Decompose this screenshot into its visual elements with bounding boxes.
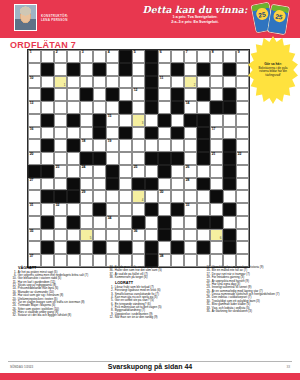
black-cell xyxy=(145,76,158,89)
grid-cell[interactable] xyxy=(223,114,236,127)
black-cell xyxy=(132,216,145,229)
grid-cell[interactable] xyxy=(28,114,41,127)
grid-cell[interactable] xyxy=(210,139,223,152)
grid-cell[interactable] xyxy=(197,76,210,89)
grid-cell[interactable] xyxy=(210,88,223,101)
grid-cell[interactable] xyxy=(80,178,93,191)
grid-cell[interactable] xyxy=(41,50,54,63)
grid-cell[interactable] xyxy=(28,139,41,152)
grid-cell[interactable] xyxy=(223,76,236,89)
grid-cell[interactable]: 33 xyxy=(184,203,197,216)
grid-cell[interactable] xyxy=(210,178,223,191)
grid-cell[interactable] xyxy=(41,76,54,89)
black-cell xyxy=(106,88,119,101)
grid-cell[interactable]: 35 xyxy=(28,229,41,242)
grid-cell[interactable]: 34 xyxy=(106,216,119,229)
grid-cell[interactable] xyxy=(236,229,249,242)
black-cell xyxy=(119,50,132,63)
grid-cell[interactable] xyxy=(93,216,106,229)
grid-cell[interactable]: 15 xyxy=(106,114,119,127)
grid-cell[interactable] xyxy=(171,254,184,267)
grid-cell[interactable] xyxy=(184,229,197,242)
grid-cell[interactable]: 23 xyxy=(54,165,67,178)
ticket-value-badge: 25 xyxy=(272,9,286,23)
grid-cell[interactable] xyxy=(67,88,80,101)
clue-number-label: 27 xyxy=(30,179,34,183)
black-cell xyxy=(145,88,158,101)
grid-cell[interactable] xyxy=(54,178,67,191)
grid-cell[interactable] xyxy=(67,50,80,63)
grid-cell[interactable] xyxy=(145,190,158,203)
grid-cell[interactable] xyxy=(54,152,67,165)
grid-cell[interactable] xyxy=(171,114,184,127)
grid-cell[interactable]: 22 xyxy=(236,152,249,165)
answer-coupon-note: Svarskupong på sidan 44 xyxy=(0,363,300,370)
grid-cell[interactable] xyxy=(210,76,223,89)
black-cell xyxy=(93,63,106,76)
grid-cell[interactable]: 8 xyxy=(210,50,223,63)
grid-cell[interactable] xyxy=(158,178,171,191)
grid-cell[interactable] xyxy=(197,229,210,242)
grid-cell[interactable] xyxy=(145,114,158,127)
grid-cell[interactable] xyxy=(54,127,67,140)
black-cell xyxy=(80,152,93,165)
black-cell xyxy=(106,178,119,191)
grid-cell[interactable] xyxy=(171,139,184,152)
grid-cell[interactable] xyxy=(54,254,67,267)
grid-cell[interactable]: 2 xyxy=(54,50,67,63)
grid-cell[interactable] xyxy=(171,50,184,63)
grid-cell[interactable] xyxy=(197,203,210,216)
grid-cell[interactable] xyxy=(28,216,41,229)
black-cell xyxy=(223,152,236,165)
grid-cell[interactable]: 31 xyxy=(28,203,41,216)
grid-cell[interactable]: 9 xyxy=(236,50,249,63)
grid-cell[interactable] xyxy=(54,139,67,152)
grid-cell[interactable] xyxy=(132,101,145,114)
grid-cell[interactable] xyxy=(67,101,80,114)
grid-cell[interactable] xyxy=(28,63,41,76)
grid-cell[interactable] xyxy=(132,152,145,165)
black-cell xyxy=(158,165,171,178)
grid-cell[interactable] xyxy=(197,165,210,178)
grid-cell[interactable] xyxy=(67,165,80,178)
grid-cell[interactable] xyxy=(41,229,54,242)
grid-cell[interactable] xyxy=(184,152,197,165)
clue-column-3: 14.Utvecklingsfas i människans historia … xyxy=(204,266,297,320)
grid-cell[interactable] xyxy=(41,127,54,140)
grid-cell[interactable] xyxy=(28,88,41,101)
grid-cell[interactable] xyxy=(119,203,132,216)
clue-number-label: 7 xyxy=(186,51,188,55)
grid-cell[interactable] xyxy=(171,76,184,89)
grid-cell[interactable] xyxy=(145,139,158,152)
black-cell xyxy=(28,165,41,178)
clue-number-label: 28 xyxy=(186,179,190,183)
yellow-competition-cell[interactable]: 1 xyxy=(54,76,67,89)
grid-cell[interactable] xyxy=(236,216,249,229)
grid-cell[interactable] xyxy=(171,216,184,229)
clue-number-label: 3 xyxy=(82,51,84,55)
grid-cell[interactable]: 38 xyxy=(158,254,171,267)
grid-cell[interactable] xyxy=(67,127,80,140)
grid-cell[interactable] xyxy=(158,127,171,140)
black-cell xyxy=(145,178,158,191)
yellow-competition-cell[interactable]: 4 xyxy=(132,190,145,203)
clue-number-label: 20 xyxy=(30,153,34,157)
grid-cell[interactable] xyxy=(80,216,93,229)
grid-cell[interactable] xyxy=(119,76,132,89)
competition-order-digit: 6 xyxy=(220,237,222,240)
clue-number: 12. xyxy=(107,316,114,319)
black-cell xyxy=(171,152,184,165)
black-cell xyxy=(119,241,132,254)
prize-text-block: Detta kan du vinna: 1:a pris: Två Sverig… xyxy=(140,5,250,24)
grid-cell[interactable] xyxy=(158,101,171,114)
grid-cell[interactable] xyxy=(236,241,249,254)
grid-cell[interactable] xyxy=(80,101,93,114)
black-cell xyxy=(197,139,210,152)
grid-cell[interactable] xyxy=(80,63,93,76)
grid-cell[interactable] xyxy=(236,114,249,127)
grid-cell[interactable] xyxy=(106,127,119,140)
grid-cell[interactable]: 16 xyxy=(28,127,41,140)
grid-cell[interactable] xyxy=(236,88,249,101)
grid-cell[interactable] xyxy=(80,76,93,89)
black-cell xyxy=(158,114,171,127)
grid-cell[interactable] xyxy=(93,50,106,63)
grid-cell[interactable] xyxy=(119,139,132,152)
grid-cell[interactable] xyxy=(119,152,132,165)
yellow-competition-cell[interactable]: 2 xyxy=(184,76,197,89)
clue-number-label: 1 xyxy=(30,51,32,55)
constructor-caption: KONSTRUKTÖR: LENA PERSSON xyxy=(41,15,68,23)
grid-cell[interactable] xyxy=(236,63,249,76)
clue-column-1: VÅGRÄTT1.Är het på gräten minst sagt (5)… xyxy=(10,266,103,320)
grid-cell[interactable] xyxy=(184,190,197,203)
grid-cell[interactable] xyxy=(132,63,145,76)
grid-cell[interactable]: 30 xyxy=(158,190,171,203)
grid-cell[interactable] xyxy=(145,216,158,229)
grid-cell[interactable]: 29 xyxy=(80,190,93,203)
grid-cell[interactable] xyxy=(223,50,236,63)
grid-cell[interactable] xyxy=(41,101,54,114)
black-cell xyxy=(223,229,236,242)
grid-cell[interactable] xyxy=(197,101,210,114)
clue-number-label: 35 xyxy=(30,230,34,234)
black-cell xyxy=(41,190,54,203)
bottom-red-bar xyxy=(0,373,300,380)
grid-cell[interactable] xyxy=(119,88,132,101)
grid-cell[interactable] xyxy=(236,76,249,89)
clue-number-label: 34 xyxy=(108,217,112,221)
grid-cell[interactable] xyxy=(236,190,249,203)
grid-cell[interactable] xyxy=(145,165,158,178)
black-cell xyxy=(210,190,223,203)
grid-cell[interactable] xyxy=(184,63,197,76)
grid-cell[interactable] xyxy=(93,165,106,178)
clue-number-label: 12 xyxy=(134,89,138,93)
black-cell xyxy=(171,101,184,114)
grid-cell[interactable] xyxy=(41,203,54,216)
grid-cell[interactable] xyxy=(158,139,171,152)
grid-cell[interactable]: 21 xyxy=(210,152,223,165)
grid-cell[interactable]: 19 xyxy=(106,139,119,152)
grid-cell[interactable] xyxy=(54,216,67,229)
clue-number-label: 6 xyxy=(160,51,162,55)
grid-cell[interactable] xyxy=(80,203,93,216)
grid-cell[interactable] xyxy=(132,76,145,89)
grid-cell[interactable] xyxy=(93,88,106,101)
black-cell xyxy=(171,203,184,216)
black-cell xyxy=(223,165,236,178)
grid-cell[interactable] xyxy=(236,127,249,140)
black-cell xyxy=(132,178,145,191)
grid-cell[interactable] xyxy=(106,63,119,76)
black-cell xyxy=(223,101,236,114)
crossword-grid: 1234567891011121213141531617181920212223… xyxy=(27,49,250,268)
grid-cell[interactable]: 27 xyxy=(28,178,41,191)
grid-cell[interactable] xyxy=(210,241,223,254)
lottery-ticket-icon: 25 xyxy=(268,5,289,34)
grid-cell[interactable]: 24 xyxy=(80,165,93,178)
clue-lists: VÅGRÄTT1.Är het på gräten minst sagt (5)… xyxy=(10,266,297,320)
grid-cell[interactable]: 3 xyxy=(80,50,93,63)
grid-cell[interactable]: 5 xyxy=(132,50,145,63)
grid-cell[interactable] xyxy=(223,127,236,140)
grid-cell[interactable] xyxy=(106,76,119,89)
grid-cell[interactable] xyxy=(158,241,171,254)
grid-cell[interactable]: 36 xyxy=(132,229,145,242)
competition-order-digit: 3 xyxy=(142,122,144,125)
grid-cell[interactable] xyxy=(93,101,106,114)
grid-cell[interactable] xyxy=(223,190,236,203)
grid-cell[interactable] xyxy=(184,254,197,267)
clue-column-2: 34.Kunde man kalla använt (11)36.Håller … xyxy=(107,266,200,320)
black-cell xyxy=(67,178,80,191)
grid-cell[interactable] xyxy=(80,127,93,140)
black-cell xyxy=(41,241,54,254)
clue-number-label: 24 xyxy=(82,166,86,170)
black-cell xyxy=(41,165,54,178)
black-cell xyxy=(119,101,132,114)
grid-cell[interactable] xyxy=(236,165,249,178)
black-cell xyxy=(41,114,54,127)
grid-cell[interactable] xyxy=(80,254,93,267)
black-cell xyxy=(93,241,106,254)
grid-cell[interactable] xyxy=(54,88,67,101)
grid-cell[interactable] xyxy=(171,190,184,203)
grid-cell[interactable]: 28 xyxy=(184,178,197,191)
black-cell xyxy=(145,63,158,76)
grid-cell[interactable] xyxy=(67,254,80,267)
black-cell xyxy=(223,203,236,216)
grid-cell[interactable] xyxy=(171,229,184,242)
grid-cell[interactable] xyxy=(158,88,171,101)
grid-cell[interactable] xyxy=(54,229,67,242)
black-cell xyxy=(171,241,184,254)
grid-cell[interactable] xyxy=(119,114,132,127)
clue-number-label: 10 xyxy=(30,77,34,81)
grid-cell[interactable]: 17 xyxy=(210,127,223,140)
clue-text: Kommersen på torget (6) xyxy=(115,276,200,279)
clue-number-label: 5 xyxy=(134,51,136,55)
grid-cell[interactable] xyxy=(106,229,119,242)
grid-cell[interactable]: 37 xyxy=(28,254,41,267)
grid-cell[interactable]: 11 xyxy=(158,76,171,89)
grid-cell[interactable] xyxy=(184,139,197,152)
grid-cell[interactable] xyxy=(93,190,106,203)
grid-cell[interactable]: 10 xyxy=(28,76,41,89)
grid-cell[interactable] xyxy=(145,229,158,242)
grid-cell[interactable] xyxy=(119,216,132,229)
grid-cell[interactable] xyxy=(93,254,106,267)
grid-cell[interactable] xyxy=(106,152,119,165)
clue-item: 32.Svävar ut i det blå och bygger luftsl… xyxy=(10,314,103,317)
grid-cell[interactable] xyxy=(184,216,197,229)
grid-cell[interactable] xyxy=(119,178,132,191)
yellow-competition-cell[interactable]: 6 xyxy=(210,229,223,242)
grid-cell[interactable] xyxy=(184,88,197,101)
grid-cell[interactable] xyxy=(93,229,106,242)
black-cell xyxy=(93,152,106,165)
grid-cell[interactable] xyxy=(119,229,132,242)
grid-cell[interactable] xyxy=(54,241,67,254)
grid-cell[interactable] xyxy=(210,63,223,76)
grid-cell[interactable] xyxy=(184,127,197,140)
clue-number-label: 31 xyxy=(30,204,34,208)
grid-cell[interactable] xyxy=(119,190,132,203)
grid-cell[interactable] xyxy=(132,139,145,152)
grid-cell[interactable] xyxy=(67,229,80,242)
grid-cell[interactable] xyxy=(132,127,145,140)
grid-cell[interactable] xyxy=(184,241,197,254)
grid-cell[interactable] xyxy=(236,101,249,114)
black-cell xyxy=(67,241,80,254)
black-cell xyxy=(41,216,54,229)
black-cell xyxy=(223,139,236,152)
grid-cell[interactable] xyxy=(41,152,54,165)
grid-cell[interactable] xyxy=(210,203,223,216)
grid-cell[interactable] xyxy=(158,203,171,216)
clue-number: 32. xyxy=(10,314,17,317)
black-cell xyxy=(158,229,171,242)
grid-cell[interactable] xyxy=(54,114,67,127)
grid-cell[interactable] xyxy=(171,165,184,178)
competition-order-digit: 1 xyxy=(64,84,66,87)
clue-number-label: 21 xyxy=(212,153,216,157)
grid-cell[interactable]: 6 xyxy=(158,50,171,63)
grid-cell[interactable] xyxy=(197,190,210,203)
clue-text: När man ser ön är den randig (9) xyxy=(115,316,200,319)
black-cell xyxy=(171,127,184,140)
grid-cell[interactable] xyxy=(41,254,54,267)
grid-cell[interactable]: 12 xyxy=(132,88,145,101)
grid-cell[interactable] xyxy=(28,241,41,254)
clue-number-label: 2 xyxy=(56,51,58,55)
grid-cell[interactable] xyxy=(119,165,132,178)
grid-cell[interactable] xyxy=(236,178,249,191)
grid-cell[interactable] xyxy=(223,216,236,229)
clue-number-label: 13 xyxy=(30,102,34,106)
grid-cell[interactable] xyxy=(132,203,145,216)
grid-cell[interactable] xyxy=(171,178,184,191)
grid-cell[interactable]: 20 xyxy=(28,152,41,165)
clue-number-label: 33 xyxy=(186,204,190,208)
competition-order-digit: 5 xyxy=(90,237,92,240)
grid-cell[interactable] xyxy=(54,63,67,76)
black-cell xyxy=(41,88,54,101)
black-cell xyxy=(171,63,184,76)
grid-cell[interactable]: 1 xyxy=(28,50,41,63)
instruction-starburst: Gör så här: Bokstäverna i de gula rutorn… xyxy=(247,36,299,104)
grid-cell[interactable] xyxy=(54,101,67,114)
clue-number-label: 17 xyxy=(212,128,216,132)
clue-number-label: 30 xyxy=(160,191,164,195)
black-cell xyxy=(145,127,158,140)
grid-cell[interactable] xyxy=(80,241,93,254)
grid-cell[interactable] xyxy=(106,190,119,203)
grid-cell[interactable] xyxy=(210,114,223,127)
clue-number-label: 22 xyxy=(238,153,242,157)
clue-item: 38.Kommersen på torget (6) xyxy=(107,276,200,279)
clue-number-label: 36 xyxy=(134,230,138,234)
clue-number-label: 9 xyxy=(238,51,240,55)
grid-cell[interactable] xyxy=(106,203,119,216)
grid-cell[interactable]: 7 xyxy=(184,50,197,63)
grid-cell[interactable] xyxy=(210,165,223,178)
grid-cell[interactable]: 18 xyxy=(80,139,93,152)
grid-cell[interactable] xyxy=(93,178,106,191)
grid-cell[interactable]: 25 xyxy=(132,165,145,178)
grid-cell[interactable] xyxy=(28,190,41,203)
clue-number-label: 26 xyxy=(186,166,190,170)
grid-cell[interactable] xyxy=(93,139,106,152)
grid-cell[interactable]: 32 xyxy=(54,203,67,216)
grid-cell[interactable] xyxy=(80,114,93,127)
grid-cell[interactable] xyxy=(132,241,145,254)
black-cell xyxy=(171,88,184,101)
black-cell xyxy=(67,114,80,127)
grid-cell[interactable]: 14 xyxy=(184,101,197,114)
grid-cell[interactable] xyxy=(67,203,80,216)
clue-number-label: 19 xyxy=(108,140,112,144)
black-cell xyxy=(197,178,210,191)
grid-cell[interactable] xyxy=(197,50,210,63)
grid-cell[interactable] xyxy=(106,241,119,254)
grid-cell[interactable] xyxy=(236,139,249,152)
yellow-competition-cell[interactable]: 3 xyxy=(132,114,145,127)
black-cell xyxy=(197,216,210,229)
grid-cell[interactable]: 4 xyxy=(106,50,119,63)
grid-cell[interactable]: 13 xyxy=(28,101,41,114)
grid-cell[interactable]: 26 xyxy=(184,165,197,178)
grid-cell[interactable] xyxy=(67,152,80,165)
yellow-competition-cell[interactable]: 5 xyxy=(80,229,93,242)
footer-page-number: 33 xyxy=(286,365,290,369)
prize-headline: Detta kan du vinna: xyxy=(140,5,250,15)
clue-number-label: 37 xyxy=(30,255,34,259)
grid-cell[interactable] xyxy=(106,101,119,114)
black-cell xyxy=(223,241,236,254)
grid-cell[interactable] xyxy=(93,76,106,89)
prize-banner: KONSTRUKTÖR: LENA PERSSON Detta kan du v… xyxy=(0,0,300,38)
clue-text: Är stärkning för skridskoren (3) xyxy=(212,310,297,313)
grid-cell[interactable] xyxy=(67,76,80,89)
grid-cell[interactable] xyxy=(236,203,249,216)
grid-cell[interactable] xyxy=(158,63,171,76)
grid-cell[interactable] xyxy=(41,178,54,191)
